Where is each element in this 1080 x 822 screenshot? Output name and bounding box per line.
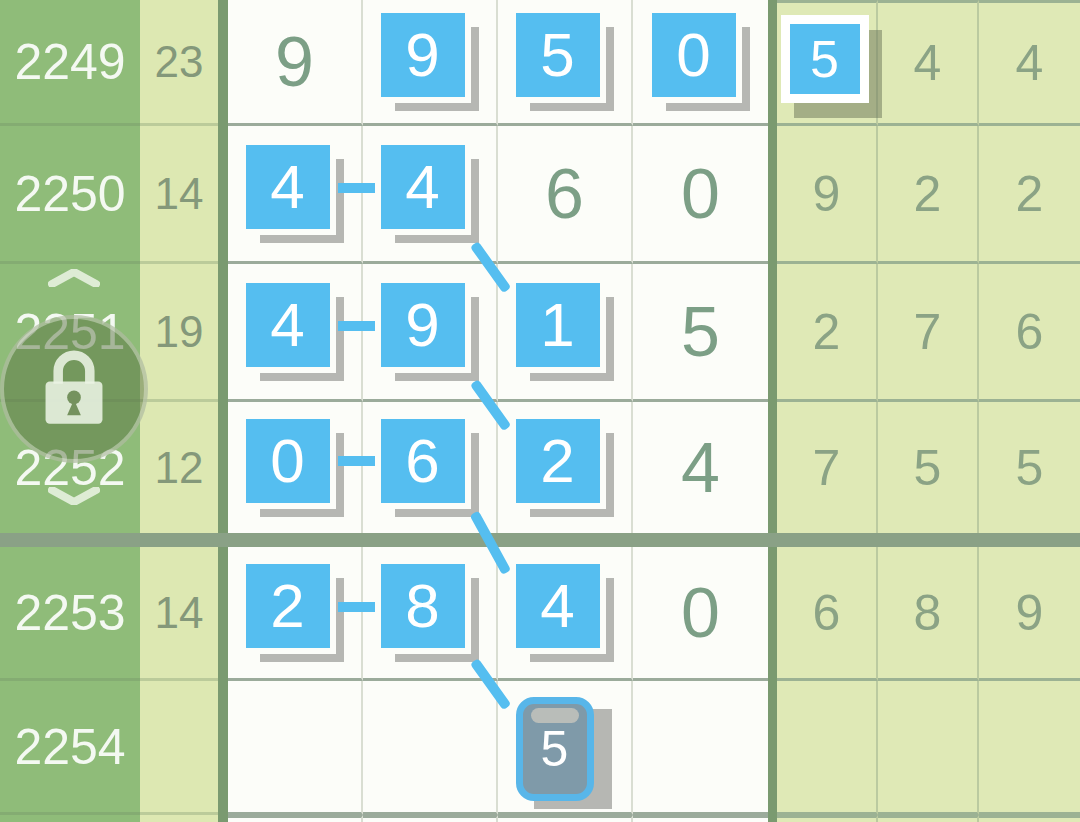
digit-cell[interactable]: 8 — [363, 547, 498, 681]
sum-cell: 23 — [140, 0, 218, 126]
digit-cell[interactable] — [633, 681, 768, 815]
hit-box-digit: 4 — [246, 283, 330, 367]
sum-cell: 14 — [140, 547, 218, 681]
digit-cell-partial — [228, 815, 363, 822]
stat-cell-partial — [878, 815, 979, 822]
digit-cell[interactable] — [228, 681, 363, 815]
issue-cell-partial — [0, 815, 140, 822]
hit-box-digit: 0 — [246, 419, 330, 503]
digit-cell-partial — [363, 815, 498, 822]
hit-box-digit: 8 — [381, 564, 465, 648]
hit-box[interactable]: 8 — [381, 564, 465, 648]
digit-cell[interactable]: 4 — [228, 126, 363, 264]
digit-cell[interactable]: 9 — [363, 0, 498, 126]
lock-button[interactable] — [0, 315, 148, 463]
stat-cell[interactable] — [878, 681, 979, 815]
stat-cell[interactable]: 4 — [979, 0, 1080, 126]
stat-cell[interactable]: 5 — [878, 402, 979, 533]
stat-cell[interactable]: 2 — [979, 126, 1080, 264]
lock-icon — [40, 350, 108, 428]
digit-cell[interactable]: 0 — [633, 0, 768, 126]
hit-box-digit: 4 — [516, 564, 600, 648]
digit-cell[interactable]: 4 — [633, 402, 768, 533]
chevron-up-icon[interactable] — [48, 269, 100, 287]
digit-cell[interactable]: 0 — [633, 126, 768, 264]
stat-cell[interactable]: 8 — [878, 547, 979, 681]
stat-cell-partial — [979, 815, 1080, 822]
stat-cell-partial — [777, 815, 878, 822]
digit-cell[interactable]: 5 — [633, 264, 768, 402]
hit-box-digit: 4 — [246, 145, 330, 229]
hit-box-digit: 9 — [381, 13, 465, 97]
digit-cell[interactable]: 5 — [498, 0, 633, 126]
hit-box[interactable]: 2 — [516, 419, 600, 503]
stat-cell[interactable]: 5 — [777, 0, 878, 126]
stat-cell[interactable]: 9 — [979, 547, 1080, 681]
hit-box[interactable]: 9 — [381, 13, 465, 97]
stat-cell[interactable]: 4 — [878, 0, 979, 126]
hit-box[interactable]: 0 — [652, 13, 736, 97]
digit-cell[interactable]: 1 — [498, 264, 633, 402]
hit-box-ringed[interactable]: 5 — [790, 24, 860, 94]
lottery-trend-board: 2249239950544225014446092222511949152762… — [0, 0, 1080, 822]
issue-cell: 2250 — [0, 126, 140, 264]
stat-cell[interactable]: 6 — [777, 547, 878, 681]
hit-box-digit: 9 — [381, 283, 465, 367]
hit-box[interactable]: 2 — [246, 564, 330, 648]
digit-cell-partial — [633, 815, 768, 822]
hit-box-digit: 2 — [246, 564, 330, 648]
issue-cell: 2253 — [0, 547, 140, 681]
hit-box-digit: 1 — [516, 283, 600, 367]
digit-cell[interactable] — [363, 681, 498, 815]
digit-cell[interactable]: 2 — [498, 402, 633, 533]
hit-box[interactable]: 5 — [516, 13, 600, 97]
issue-cell: 2254 — [0, 681, 140, 815]
stat-cell[interactable] — [979, 681, 1080, 815]
hit-box-digit: 5 — [790, 24, 860, 94]
issue-cell: 2249 — [0, 0, 140, 126]
period-divider — [0, 533, 1080, 547]
pressed-key-digit: 5 — [516, 697, 594, 801]
hit-box[interactable]: 4 — [246, 283, 330, 367]
hit-box[interactable]: 9 — [381, 283, 465, 367]
digit-cell[interactable]: 6 — [363, 402, 498, 533]
pressed-number-key[interactable]: 5 — [516, 697, 594, 801]
right-section-separator — [768, 0, 777, 822]
digit-cell[interactable]: 4 — [498, 547, 633, 681]
hit-box-digit: 4 — [381, 145, 465, 229]
digit-cell[interactable]: 0 — [633, 547, 768, 681]
digit-cell[interactable]: 4 — [228, 264, 363, 402]
stat-cell[interactable]: 5 — [979, 402, 1080, 533]
stat-cell[interactable]: 7 — [878, 264, 979, 402]
stat-cell[interactable]: 2 — [878, 126, 979, 264]
digit-cell[interactable]: 9 — [363, 264, 498, 402]
hit-box-digit: 0 — [652, 13, 736, 97]
hit-box[interactable]: 0 — [246, 419, 330, 503]
stat-cell[interactable]: 9 — [777, 126, 878, 264]
hit-box[interactable]: 1 — [516, 283, 600, 367]
sum-cell: 12 — [140, 402, 218, 533]
hit-box[interactable]: 4 — [516, 564, 600, 648]
hit-box[interactable]: 4 — [246, 145, 330, 229]
hit-box[interactable]: 4 — [381, 145, 465, 229]
digit-cell[interactable]: 4 — [363, 126, 498, 264]
hit-box-digit: 6 — [381, 419, 465, 503]
stat-cell[interactable]: 7 — [777, 402, 878, 533]
digit-cell-partial — [498, 815, 633, 822]
stat-cell[interactable]: 6 — [979, 264, 1080, 402]
digit-cell[interactable]: 0 — [228, 402, 363, 533]
hit-box-digit: 2 — [516, 419, 600, 503]
left-section-separator — [218, 0, 228, 822]
sum-cell-partial — [140, 815, 218, 822]
sum-cell: 19 — [140, 264, 218, 402]
sum-cell — [140, 681, 218, 815]
sum-cell: 14 — [140, 126, 218, 264]
stat-cell[interactable] — [777, 681, 878, 815]
digit-cell[interactable]: 5 — [498, 681, 633, 815]
chevron-down-icon[interactable] — [48, 487, 100, 505]
hit-box-digit: 5 — [516, 13, 600, 97]
digit-cell[interactable]: 2 — [228, 547, 363, 681]
digit-cell[interactable]: 9 — [228, 0, 363, 126]
pressed-key-top-shade — [531, 708, 579, 723]
stat-cell[interactable]: 2 — [777, 264, 878, 402]
digit-cell[interactable]: 6 — [498, 126, 633, 264]
hit-box[interactable]: 6 — [381, 419, 465, 503]
